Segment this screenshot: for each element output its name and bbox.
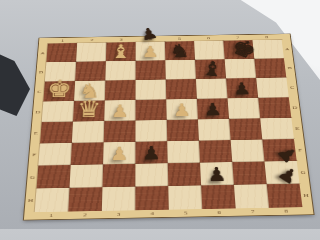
square-e4 (135, 120, 167, 142)
square-h5 (168, 185, 202, 209)
square-e8 (260, 118, 294, 140)
square-f3: ♟ (103, 142, 135, 165)
dark-pawn: ♟ (204, 102, 223, 119)
right-label-E: E (291, 118, 303, 139)
square-e7 (229, 118, 262, 140)
square-g2 (70, 164, 104, 187)
right-label-D: D (289, 97, 301, 118)
square-g4 (135, 163, 168, 186)
dark-pawn: ♟ (142, 145, 160, 164)
square-c3 (105, 80, 136, 100)
square-e1 (40, 122, 73, 144)
white-bishop: ♝ (110, 42, 131, 61)
white-knight: ♞ (79, 81, 101, 101)
dark-bishop: ♝ (200, 58, 223, 80)
right-label-G: G (297, 161, 310, 184)
square-g6: ♟ (200, 162, 234, 185)
square-f2 (71, 142, 104, 165)
square-b8 (254, 58, 286, 78)
bottom-label-3: 3 (102, 210, 136, 218)
square-c7: ♟ (226, 78, 258, 98)
chessboard: 1234♟5678A♝♟♞♚AB♝BC♚♞♟CD♛♟♟♟DEEF♟♟♟FG♟♟G… (24, 34, 314, 220)
square-h4 (135, 186, 168, 210)
square-h8 (267, 184, 303, 208)
dark-pawn: ♟ (139, 26, 159, 44)
square-f8: ♟ (262, 139, 296, 162)
square-c5 (166, 79, 197, 99)
square-c4 (136, 80, 167, 100)
square-d5: ♟ (166, 99, 198, 120)
right-label-H: H (300, 183, 313, 207)
square-g5 (168, 163, 201, 186)
square-a6 (194, 41, 225, 60)
square-f1 (38, 143, 72, 166)
square-a7: ♚ (223, 40, 254, 59)
square-h3 (102, 187, 136, 211)
white-pawn: ♟ (173, 102, 191, 119)
square-h6 (201, 185, 236, 209)
square-b4 (136, 60, 166, 80)
square-a3: ♝ (106, 42, 136, 61)
square-h1 (35, 188, 70, 212)
square-a1 (46, 43, 77, 62)
square-a2 (76, 43, 106, 62)
scene: 1234♟5678A♝♟♞♚AB♝BC♚♞♟CD♛♟♟♟DEEF♟♟♟FG♟♟G… (0, 0, 320, 229)
square-g3 (102, 164, 135, 187)
square-c8 (256, 78, 289, 98)
right-label-A: A (282, 40, 293, 59)
square-e3 (104, 121, 136, 143)
square-b5 (165, 60, 196, 80)
right-label-B: B (284, 58, 295, 77)
square-c1: ♚ (43, 81, 75, 101)
square-d8 (258, 97, 291, 118)
square-d3: ♟ (104, 100, 135, 121)
white-queen: ♛ (76, 98, 101, 122)
square-e6 (198, 119, 231, 141)
square-g1 (37, 165, 71, 188)
border-corner (24, 212, 35, 220)
bottom-label-2: 2 (68, 211, 102, 219)
square-g8: ♟ (265, 161, 300, 184)
white-pawn: ♟ (111, 103, 129, 120)
square-f7 (231, 140, 265, 163)
white-pawn: ♟ (142, 45, 159, 61)
square-c2: ♞ (74, 81, 105, 101)
square-c6 (196, 79, 228, 99)
square-b2 (75, 61, 106, 81)
square-d6: ♟ (197, 98, 229, 119)
white-pawn: ♟ (110, 145, 129, 164)
dark-pawn: ♟ (207, 166, 227, 185)
square-g7 (232, 162, 266, 185)
white-king: ♚ (46, 78, 72, 102)
square-f5 (167, 141, 200, 164)
square-d7 (228, 98, 261, 119)
square-d2: ♛ (73, 100, 105, 121)
bottom-label-4: 4 (135, 210, 169, 218)
square-h7 (234, 184, 269, 208)
square-d4 (136, 99, 167, 120)
square-a4: ♟ (136, 42, 166, 61)
bottom-label-8: 8 (269, 207, 303, 215)
square-b3 (105, 61, 135, 81)
right-label-C: C (286, 77, 298, 97)
square-b6: ♝ (195, 59, 226, 79)
square-f4: ♟ (135, 141, 167, 164)
square-a8 (252, 40, 283, 59)
square-b7 (225, 59, 257, 79)
bottom-label-1: 1 (34, 212, 68, 220)
square-d1 (42, 101, 74, 122)
bottom-label-5: 5 (169, 209, 203, 217)
square-e5 (167, 119, 199, 141)
border-corner (302, 207, 313, 214)
square-a5: ♞ (165, 41, 195, 60)
square-b1 (45, 62, 76, 82)
bottom-label-7: 7 (236, 208, 270, 216)
bottom-label-6: 6 (202, 208, 236, 216)
dark-pawn: ♟ (233, 81, 252, 98)
right-label-F: F (294, 139, 306, 161)
dark-knight: ♞ (170, 41, 191, 60)
square-f6 (199, 140, 232, 163)
square-h2 (68, 187, 102, 211)
square-e2 (72, 121, 104, 143)
